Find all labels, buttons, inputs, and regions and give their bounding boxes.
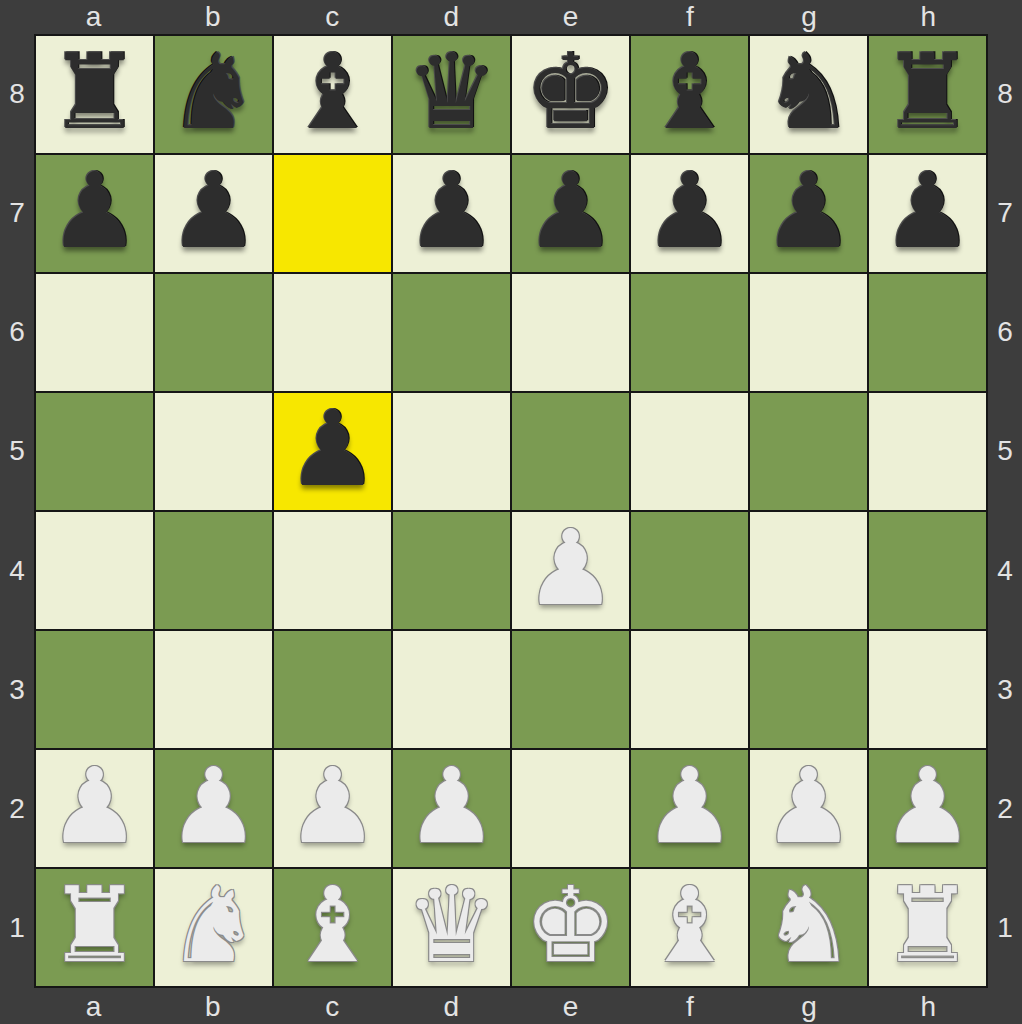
white-king[interactable]: ♚ [524,873,617,977]
square-a7[interactable]: ♟ [36,155,153,272]
white-bishop[interactable]: ♝ [286,873,379,977]
file-label-f: f [630,990,749,1024]
file-label-e: e [511,990,630,1024]
square-f8[interactable]: ♝ [631,36,748,153]
chess-app-window: abcdefgh 87654321 ♜♞♝♛♚♝♞♜♟♟♟♟♟♟♟♟♟♟♟♟♟♟… [0,0,1022,1024]
black-pawn[interactable]: ♟ [48,159,141,263]
white-queen[interactable]: ♛ [405,873,498,977]
file-label-h: h [869,990,988,1024]
file-labels-bottom: abcdefgh [34,990,988,1024]
square-e6[interactable] [512,274,629,391]
square-d2[interactable]: ♟ [393,750,510,867]
rank-label-4: 4 [988,511,1022,630]
file-label-b: b [153,990,272,1024]
white-pawn[interactable]: ♟ [167,754,260,858]
square-g5[interactable] [750,393,867,510]
white-pawn[interactable]: ♟ [643,754,736,858]
rank-label-1: 1 [988,869,1022,988]
rank-label-2: 2 [0,750,34,869]
square-b2[interactable]: ♟ [155,750,272,867]
square-c8[interactable]: ♝ [274,36,391,153]
square-e1[interactable]: ♚ [512,869,629,986]
file-label-g: g [750,0,869,34]
file-label-d: d [392,990,511,1024]
file-label-a: a [34,0,153,34]
square-d6[interactable] [393,274,510,391]
square-f3[interactable] [631,631,748,748]
white-rook[interactable]: ♜ [48,873,141,977]
square-d7[interactable]: ♟ [393,155,510,272]
white-pawn[interactable]: ♟ [762,754,855,858]
white-pawn[interactable]: ♟ [405,754,498,858]
square-d5[interactable] [393,393,510,510]
black-bishop[interactable]: ♝ [286,40,379,144]
file-label-f: f [630,0,749,34]
rank-label-4: 4 [0,511,34,630]
square-b3[interactable] [155,631,272,748]
black-knight[interactable]: ♞ [167,40,260,144]
square-f1[interactable]: ♝ [631,869,748,986]
square-a4[interactable] [36,512,153,629]
file-label-b: b [153,0,272,34]
square-f7[interactable]: ♟ [631,155,748,272]
black-pawn[interactable]: ♟ [167,159,260,263]
square-e4[interactable]: ♟ [512,512,629,629]
square-c1[interactable]: ♝ [274,869,391,986]
square-h4[interactable] [869,512,986,629]
square-d1[interactable]: ♛ [393,869,510,986]
square-c2[interactable]: ♟ [274,750,391,867]
square-h2[interactable]: ♟ [869,750,986,867]
square-g1[interactable]: ♞ [750,869,867,986]
white-pawn[interactable]: ♟ [881,754,974,858]
square-f5[interactable] [631,393,748,510]
file-labels-top: abcdefgh [34,0,988,34]
square-f6[interactable] [631,274,748,391]
black-pawn[interactable]: ♟ [881,159,974,263]
file-label-a: a [34,990,153,1024]
rank-label-7: 7 [988,153,1022,272]
square-g4[interactable] [750,512,867,629]
square-f4[interactable] [631,512,748,629]
rank-label-3: 3 [0,630,34,749]
square-e8[interactable]: ♚ [512,36,629,153]
square-a1[interactable]: ♜ [36,869,153,986]
square-d3[interactable] [393,631,510,748]
black-pawn[interactable]: ♟ [286,397,379,501]
square-e5[interactable] [512,393,629,510]
square-g2[interactable]: ♟ [750,750,867,867]
rank-label-1: 1 [0,869,34,988]
black-pawn[interactable]: ♟ [643,159,736,263]
white-knight[interactable]: ♞ [762,873,855,977]
file-label-c: c [273,990,392,1024]
black-rook[interactable]: ♜ [881,40,974,144]
square-b7[interactable]: ♟ [155,155,272,272]
black-knight[interactable]: ♞ [762,40,855,144]
square-a6[interactable] [36,274,153,391]
square-g3[interactable] [750,631,867,748]
square-a5[interactable] [36,393,153,510]
chess-board: ♜♞♝♛♚♝♞♜♟♟♟♟♟♟♟♟♟♟♟♟♟♟♟♟♜♞♝♛♚♝♞♜ [34,34,988,988]
square-e7[interactable]: ♟ [512,155,629,272]
black-pawn[interactable]: ♟ [405,159,498,263]
square-e2[interactable] [512,750,629,867]
rank-label-5: 5 [0,392,34,511]
square-c3[interactable] [274,631,391,748]
white-knight[interactable]: ♞ [167,873,260,977]
square-a2[interactable]: ♟ [36,750,153,867]
black-king[interactable]: ♚ [524,40,617,144]
black-bishop[interactable]: ♝ [643,40,736,144]
rank-labels-left: 87654321 [0,34,34,988]
white-pawn[interactable]: ♟ [48,754,141,858]
white-pawn[interactable]: ♟ [524,516,617,620]
file-label-e: e [511,0,630,34]
rank-label-8: 8 [0,34,34,153]
file-label-d: d [392,0,511,34]
square-b6[interactable] [155,274,272,391]
black-pawn[interactable]: ♟ [524,159,617,263]
square-d4[interactable] [393,512,510,629]
rank-labels-right: 87654321 [988,34,1022,988]
white-bishop[interactable]: ♝ [643,873,736,977]
white-rook[interactable]: ♜ [881,873,974,977]
square-h7[interactable]: ♟ [869,155,986,272]
rank-label-7: 7 [0,153,34,272]
square-e3[interactable] [512,631,629,748]
square-g6[interactable] [750,274,867,391]
rank-label-3: 3 [988,630,1022,749]
square-g7[interactable]: ♟ [750,155,867,272]
square-g8[interactable]: ♞ [750,36,867,153]
rank-label-5: 5 [988,392,1022,511]
file-label-c: c [273,0,392,34]
rank-label-2: 2 [988,750,1022,869]
square-h8[interactable]: ♜ [869,36,986,153]
file-label-h: h [869,0,988,34]
square-b4[interactable] [155,512,272,629]
square-c4[interactable] [274,512,391,629]
rank-label-6: 6 [0,273,34,392]
white-pawn[interactable]: ♟ [286,754,379,858]
square-b5[interactable] [155,393,272,510]
square-c7[interactable] [274,155,391,272]
square-h3[interactable] [869,631,986,748]
square-a3[interactable] [36,631,153,748]
square-c5[interactable]: ♟ [274,393,391,510]
square-h5[interactable] [869,393,986,510]
square-h6[interactable] [869,274,986,391]
rank-label-8: 8 [988,34,1022,153]
square-b8[interactable]: ♞ [155,36,272,153]
black-pawn[interactable]: ♟ [762,159,855,263]
file-label-g: g [750,990,869,1024]
square-h1[interactable]: ♜ [869,869,986,986]
square-c6[interactable] [274,274,391,391]
square-b1[interactable]: ♞ [155,869,272,986]
square-a8[interactable]: ♜ [36,36,153,153]
black-queen[interactable]: ♛ [405,40,498,144]
rank-label-6: 6 [988,273,1022,392]
black-rook[interactable]: ♜ [48,40,141,144]
square-f2[interactable]: ♟ [631,750,748,867]
square-d8[interactable]: ♛ [393,36,510,153]
